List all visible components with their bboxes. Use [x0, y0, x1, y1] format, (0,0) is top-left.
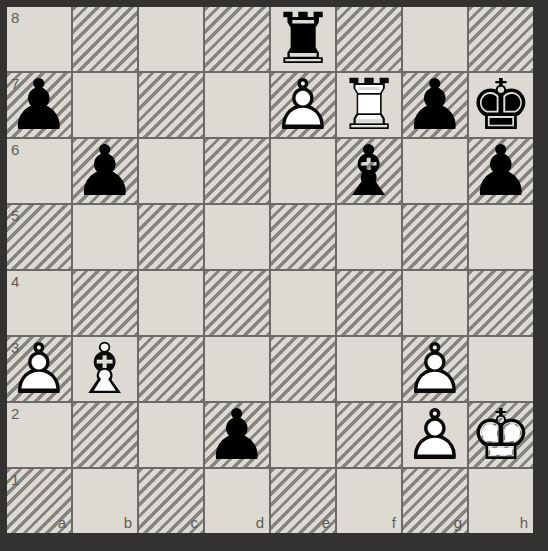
square-b7[interactable]	[73, 73, 137, 137]
square-h6[interactable]: ♟	[469, 139, 533, 203]
square-c1[interactable]: c	[139, 469, 203, 533]
white-pawn[interactable]: ♟♙	[403, 403, 467, 467]
square-b2[interactable]	[73, 403, 137, 467]
square-a2[interactable]: 2	[7, 403, 71, 467]
square-e4[interactable]	[271, 271, 335, 335]
square-g2[interactable]: ♟♙	[403, 403, 467, 467]
square-b8[interactable]	[73, 7, 137, 71]
black-pawn[interactable]: ♟	[7, 73, 71, 137]
file-label-f: f	[392, 515, 396, 530]
square-a4[interactable]: 4	[7, 271, 71, 335]
square-b1[interactable]: b	[73, 469, 137, 533]
square-h4[interactable]	[469, 271, 533, 335]
square-c4[interactable]	[139, 271, 203, 335]
square-g4[interactable]	[403, 271, 467, 335]
square-d6[interactable]	[205, 139, 269, 203]
square-e6[interactable]	[271, 139, 335, 203]
square-f1[interactable]: f	[337, 469, 401, 533]
black-pawn[interactable]: ♟	[403, 73, 467, 137]
rank-label-1: 1	[11, 472, 19, 487]
square-b4[interactable]	[73, 271, 137, 335]
white-pawn[interactable]: ♟♙	[7, 337, 71, 401]
square-a7[interactable]: 7♟	[7, 73, 71, 137]
file-label-a: a	[58, 515, 66, 530]
square-b5[interactable]	[73, 205, 137, 269]
square-e3[interactable]	[271, 337, 335, 401]
white-bishop-outline: ♗	[73, 337, 137, 401]
square-g8[interactable]	[403, 7, 467, 71]
square-g5[interactable]	[403, 205, 467, 269]
white-pawn-outline: ♙	[403, 337, 467, 401]
board-frame: 8♜7♟♟♙♜♖♟♚6♟♝♟543♟♙♝♗♟♙2♟♟♙♚♔1abcdefgh	[0, 0, 548, 551]
square-f2[interactable]	[337, 403, 401, 467]
file-label-c: c	[191, 515, 199, 530]
square-d1[interactable]: d	[205, 469, 269, 533]
square-g6[interactable]	[403, 139, 467, 203]
square-e7[interactable]: ♟♙	[271, 73, 335, 137]
white-pawn[interactable]: ♟♙	[271, 73, 335, 137]
black-rook[interactable]: ♜	[271, 7, 335, 71]
square-e5[interactable]	[271, 205, 335, 269]
square-h1[interactable]: h	[469, 469, 533, 533]
square-c7[interactable]	[139, 73, 203, 137]
white-king[interactable]: ♚♔	[469, 403, 533, 467]
square-f5[interactable]	[337, 205, 401, 269]
square-c8[interactable]	[139, 7, 203, 71]
rank-label-6: 6	[11, 142, 19, 157]
square-a1[interactable]: 1a	[7, 469, 71, 533]
white-rook-outline: ♖	[337, 73, 401, 137]
black-pawn-glyph: ♟	[469, 139, 533, 203]
square-e1[interactable]: e	[271, 469, 335, 533]
square-d7[interactable]	[205, 73, 269, 137]
square-d5[interactable]	[205, 205, 269, 269]
square-e8[interactable]: ♜	[271, 7, 335, 71]
black-rook-glyph: ♜	[271, 7, 335, 71]
white-pawn[interactable]: ♟♙	[403, 337, 467, 401]
square-e2[interactable]	[271, 403, 335, 467]
black-pawn-glyph: ♟	[73, 139, 137, 203]
black-pawn[interactable]: ♟	[469, 139, 533, 203]
square-g3[interactable]: ♟♙	[403, 337, 467, 401]
black-bishop-glyph: ♝	[337, 139, 401, 203]
square-d8[interactable]	[205, 7, 269, 71]
square-b6[interactable]: ♟	[73, 139, 137, 203]
square-d4[interactable]	[205, 271, 269, 335]
white-bishop[interactable]: ♝♗	[73, 337, 137, 401]
rank-label-5: 5	[11, 208, 19, 223]
rank-label-8: 8	[11, 10, 19, 25]
file-label-e: e	[322, 515, 330, 530]
square-h8[interactable]	[469, 7, 533, 71]
square-a5[interactable]: 5	[7, 205, 71, 269]
square-f3[interactable]	[337, 337, 401, 401]
file-label-g: g	[454, 515, 462, 530]
square-f6[interactable]: ♝	[337, 139, 401, 203]
square-c2[interactable]	[139, 403, 203, 467]
square-a6[interactable]: 6	[7, 139, 71, 203]
black-pawn-glyph: ♟	[7, 73, 71, 137]
square-c3[interactable]	[139, 337, 203, 401]
black-bishop[interactable]: ♝	[337, 139, 401, 203]
chess-board: 8♜7♟♟♙♜♖♟♚6♟♝♟543♟♙♝♗♟♙2♟♟♙♚♔1abcdefgh	[7, 7, 533, 533]
square-c5[interactable]	[139, 205, 203, 269]
square-h7[interactable]: ♚	[469, 73, 533, 137]
white-pawn-outline: ♙	[271, 73, 335, 137]
square-f8[interactable]	[337, 7, 401, 71]
rank-label-2: 2	[11, 406, 19, 421]
file-label-h: h	[520, 515, 528, 530]
black-king-glyph: ♚	[469, 73, 533, 137]
square-a8[interactable]: 8	[7, 7, 71, 71]
square-f7[interactable]: ♜♖	[337, 73, 401, 137]
square-d3[interactable]	[205, 337, 269, 401]
square-h2[interactable]: ♚♔	[469, 403, 533, 467]
square-g7[interactable]: ♟	[403, 73, 467, 137]
square-c6[interactable]	[139, 139, 203, 203]
white-rook[interactable]: ♜♖	[337, 73, 401, 137]
square-b3[interactable]: ♝♗	[73, 337, 137, 401]
square-h3[interactable]	[469, 337, 533, 401]
file-label-d: d	[256, 515, 264, 530]
black-king[interactable]: ♚	[469, 73, 533, 137]
square-f4[interactable]	[337, 271, 401, 335]
white-pawn-outline: ♙	[403, 403, 467, 467]
rank-label-4: 4	[11, 274, 19, 289]
square-g1[interactable]: g	[403, 469, 467, 533]
white-king-outline: ♔	[469, 403, 533, 467]
file-label-b: b	[124, 515, 132, 530]
black-pawn-glyph: ♟	[403, 73, 467, 137]
white-pawn-outline: ♙	[7, 337, 71, 401]
black-pawn-glyph: ♟	[205, 403, 269, 467]
square-h5[interactable]	[469, 205, 533, 269]
black-pawn[interactable]: ♟	[73, 139, 137, 203]
square-d2[interactable]: ♟	[205, 403, 269, 467]
square-a3[interactable]: 3♟♙	[7, 337, 71, 401]
black-pawn[interactable]: ♟	[205, 403, 269, 467]
